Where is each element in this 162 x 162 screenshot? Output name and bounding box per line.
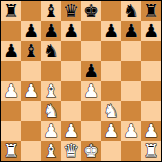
square-c2[interactable]: ♟ xyxy=(41,121,61,141)
square-a6[interactable]: ♟ xyxy=(1,41,21,61)
square-g8[interactable]: ♞ xyxy=(121,1,141,21)
square-c8[interactable]: ♝ xyxy=(41,1,61,21)
piece-white-pawn[interactable]: ♟ xyxy=(103,121,119,141)
square-b3[interactable] xyxy=(21,101,41,121)
square-c5[interactable] xyxy=(41,61,61,81)
square-h1[interactable]: ♜ xyxy=(141,141,161,161)
piece-white-pawn[interactable]: ♟ xyxy=(3,81,19,101)
piece-black-pawn[interactable]: ♟ xyxy=(43,21,59,41)
piece-black-rook[interactable]: ♜ xyxy=(143,1,159,21)
chess-board: ♜♝♛♚♞♜♟♟♟♟♟♟♟♝♞♟♟♟♝♟♞♞♟♟♟♟♟♜♝♛♚♜ xyxy=(0,0,162,162)
square-g3[interactable] xyxy=(121,101,141,121)
square-h4[interactable] xyxy=(141,81,161,101)
square-f3[interactable]: ♞ xyxy=(101,101,121,121)
piece-white-pawn[interactable]: ♟ xyxy=(143,121,159,141)
square-d4[interactable] xyxy=(61,81,81,101)
piece-white-pawn[interactable]: ♟ xyxy=(83,81,99,101)
square-e2[interactable] xyxy=(81,121,101,141)
piece-black-pawn[interactable]: ♟ xyxy=(23,21,39,41)
square-b5[interactable] xyxy=(21,61,41,81)
piece-black-pawn[interactable]: ♟ xyxy=(83,61,99,81)
piece-white-pawn[interactable]: ♟ xyxy=(23,81,39,101)
piece-white-rook[interactable]: ♜ xyxy=(143,141,159,161)
square-e3[interactable] xyxy=(81,101,101,121)
piece-black-bishop[interactable]: ♝ xyxy=(23,41,39,61)
piece-white-pawn[interactable]: ♟ xyxy=(123,121,139,141)
square-b7[interactable]: ♟ xyxy=(21,21,41,41)
square-a5[interactable] xyxy=(1,61,21,81)
piece-black-knight[interactable]: ♞ xyxy=(123,1,139,21)
square-a2[interactable] xyxy=(1,121,21,141)
piece-white-bishop[interactable]: ♝ xyxy=(43,141,59,161)
square-g4[interactable] xyxy=(121,81,141,101)
square-d8[interactable]: ♛ xyxy=(61,1,81,21)
piece-black-pawn[interactable]: ♟ xyxy=(63,21,79,41)
square-e4[interactable]: ♟ xyxy=(81,81,101,101)
piece-black-queen[interactable]: ♛ xyxy=(63,1,79,21)
piece-white-king[interactable]: ♚ xyxy=(83,141,99,161)
square-e1[interactable]: ♚ xyxy=(81,141,101,161)
piece-black-pawn[interactable]: ♟ xyxy=(103,21,119,41)
square-e5[interactable]: ♟ xyxy=(81,61,101,81)
piece-black-rook[interactable]: ♜ xyxy=(3,1,19,21)
square-a4[interactable]: ♟ xyxy=(1,81,21,101)
square-c6[interactable]: ♞ xyxy=(41,41,61,61)
piece-white-knight[interactable]: ♞ xyxy=(43,101,59,121)
square-g5[interactable] xyxy=(121,61,141,81)
piece-black-pawn[interactable]: ♟ xyxy=(143,21,159,41)
square-b6[interactable]: ♝ xyxy=(21,41,41,61)
square-e8[interactable]: ♚ xyxy=(81,1,101,21)
piece-white-bishop[interactable]: ♝ xyxy=(43,81,59,101)
square-h8[interactable]: ♜ xyxy=(141,1,161,21)
square-h6[interactable] xyxy=(141,41,161,61)
square-b2[interactable] xyxy=(21,121,41,141)
piece-white-knight[interactable]: ♞ xyxy=(103,101,119,121)
square-f8[interactable] xyxy=(101,1,121,21)
square-c3[interactable]: ♞ xyxy=(41,101,61,121)
square-h3[interactable] xyxy=(141,101,161,121)
square-f5[interactable] xyxy=(101,61,121,81)
square-g1[interactable] xyxy=(121,141,141,161)
square-d5[interactable] xyxy=(61,61,81,81)
square-c7[interactable]: ♟ xyxy=(41,21,61,41)
square-a8[interactable]: ♜ xyxy=(1,1,21,21)
square-f2[interactable]: ♟ xyxy=(101,121,121,141)
square-b8[interactable] xyxy=(21,1,41,21)
square-f6[interactable] xyxy=(101,41,121,61)
square-c1[interactable]: ♝ xyxy=(41,141,61,161)
square-d6[interactable] xyxy=(61,41,81,61)
piece-white-rook[interactable]: ♜ xyxy=(3,141,19,161)
square-b4[interactable]: ♟ xyxy=(21,81,41,101)
square-e6[interactable] xyxy=(81,41,101,61)
square-h2[interactable]: ♟ xyxy=(141,121,161,141)
square-h7[interactable]: ♟ xyxy=(141,21,161,41)
square-a1[interactable]: ♜ xyxy=(1,141,21,161)
piece-black-king[interactable]: ♚ xyxy=(83,1,99,21)
square-c4[interactable]: ♝ xyxy=(41,81,61,101)
square-f1[interactable] xyxy=(101,141,121,161)
square-d1[interactable]: ♛ xyxy=(61,141,81,161)
piece-black-bishop[interactable]: ♝ xyxy=(43,1,59,21)
piece-white-queen[interactable]: ♛ xyxy=(63,141,79,161)
square-d3[interactable] xyxy=(61,101,81,121)
square-f4[interactable] xyxy=(101,81,121,101)
square-a3[interactable] xyxy=(1,101,21,121)
square-f7[interactable]: ♟ xyxy=(101,21,121,41)
piece-white-pawn[interactable]: ♟ xyxy=(63,121,79,141)
square-d7[interactable]: ♟ xyxy=(61,21,81,41)
piece-black-pawn[interactable]: ♟ xyxy=(123,21,139,41)
square-g2[interactable]: ♟ xyxy=(121,121,141,141)
piece-white-pawn[interactable]: ♟ xyxy=(43,121,59,141)
square-h5[interactable] xyxy=(141,61,161,81)
square-e7[interactable] xyxy=(81,21,101,41)
square-g7[interactable]: ♟ xyxy=(121,21,141,41)
square-a7[interactable] xyxy=(1,21,21,41)
square-d2[interactable]: ♟ xyxy=(61,121,81,141)
piece-black-knight[interactable]: ♞ xyxy=(43,41,59,61)
piece-black-pawn[interactable]: ♟ xyxy=(3,41,19,61)
square-g6[interactable] xyxy=(121,41,141,61)
square-b1[interactable] xyxy=(21,141,41,161)
